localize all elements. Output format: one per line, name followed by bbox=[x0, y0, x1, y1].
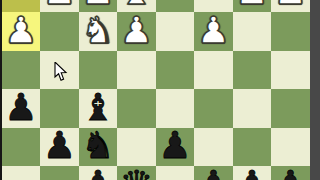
chess-board: ♟♟♝♟♟♟♞♟♟♟♝♟♞♟♟♛♟♟♟ bbox=[2, 0, 310, 180]
black-pawn[interactable]: ♟ bbox=[43, 127, 76, 164]
black-pawn[interactable]: ♟ bbox=[274, 166, 307, 180]
square-d6[interactable]: ♟ bbox=[156, 128, 195, 167]
square-b6[interactable] bbox=[233, 128, 272, 167]
square-a5[interactable] bbox=[271, 89, 310, 128]
square-b5[interactable] bbox=[233, 89, 272, 128]
square-b3[interactable] bbox=[233, 12, 272, 51]
square-g5[interactable] bbox=[40, 89, 79, 128]
square-g7[interactable] bbox=[40, 166, 79, 180]
square-f2[interactable]: ♟ bbox=[79, 0, 118, 12]
square-d3[interactable] bbox=[156, 12, 195, 51]
square-c7[interactable]: ♟ bbox=[194, 166, 233, 180]
square-d5[interactable] bbox=[156, 89, 195, 128]
white-pawn[interactable]: ♟ bbox=[274, 0, 307, 10]
square-d7[interactable] bbox=[156, 166, 195, 180]
square-b4[interactable] bbox=[233, 51, 272, 90]
white-pawn[interactable]: ♟ bbox=[4, 12, 37, 49]
white-pawn[interactable]: ♟ bbox=[43, 0, 76, 10]
square-f4[interactable] bbox=[79, 51, 118, 90]
black-pawn[interactable]: ♟ bbox=[4, 89, 37, 126]
square-h4[interactable] bbox=[2, 51, 41, 90]
black-bishop[interactable]: ♝ bbox=[81, 89, 114, 126]
square-c2[interactable] bbox=[194, 0, 233, 12]
square-e6[interactable] bbox=[117, 128, 156, 167]
square-f3[interactable]: ♞ bbox=[79, 12, 118, 51]
square-d4[interactable] bbox=[156, 51, 195, 90]
square-h2[interactable] bbox=[2, 0, 41, 12]
black-pawn[interactable]: ♟ bbox=[197, 166, 230, 180]
square-a6[interactable] bbox=[271, 128, 310, 167]
square-h7[interactable] bbox=[2, 166, 41, 180]
screen-viewport: ♟♟♝♟♟♟♞♟♟♟♝♟♞♟♟♛♟♟♟ bbox=[0, 0, 320, 180]
square-b7[interactable]: ♟ bbox=[233, 166, 272, 180]
black-pawn[interactable]: ♟ bbox=[235, 166, 268, 180]
square-f7[interactable]: ♟ bbox=[79, 166, 118, 180]
square-h6[interactable] bbox=[2, 128, 41, 167]
square-d2[interactable] bbox=[156, 0, 195, 12]
white-pawn[interactable]: ♟ bbox=[197, 12, 230, 49]
square-e5[interactable] bbox=[117, 89, 156, 128]
square-c4[interactable] bbox=[194, 51, 233, 90]
square-c6[interactable] bbox=[194, 128, 233, 167]
white-pawn[interactable]: ♟ bbox=[81, 0, 114, 10]
square-b2[interactable]: ♟ bbox=[233, 0, 272, 12]
white-pawn[interactable]: ♟ bbox=[235, 0, 268, 10]
square-g2[interactable]: ♟ bbox=[40, 0, 79, 12]
square-f5[interactable]: ♝ bbox=[79, 89, 118, 128]
square-h3[interactable]: ♟ bbox=[2, 12, 41, 51]
square-g3[interactable] bbox=[40, 12, 79, 51]
square-e4[interactable] bbox=[117, 51, 156, 90]
square-a7[interactable]: ♟ bbox=[271, 166, 310, 180]
square-a4[interactable] bbox=[271, 51, 310, 90]
square-e7[interactable]: ♛ bbox=[117, 166, 156, 180]
square-a3[interactable] bbox=[271, 12, 310, 51]
white-knight[interactable]: ♞ bbox=[81, 12, 114, 49]
square-e3[interactable]: ♟ bbox=[117, 12, 156, 51]
square-h5[interactable]: ♟ bbox=[2, 89, 41, 128]
window-left-edge bbox=[0, 0, 2, 180]
square-c5[interactable] bbox=[194, 89, 233, 128]
square-f6[interactable]: ♞ bbox=[79, 128, 118, 167]
black-knight[interactable]: ♞ bbox=[81, 127, 114, 164]
square-a2[interactable]: ♟ bbox=[271, 0, 310, 12]
white-bishop[interactable]: ♝ bbox=[120, 0, 153, 10]
square-c3[interactable]: ♟ bbox=[194, 12, 233, 51]
mouse-cursor-icon bbox=[54, 62, 68, 82]
square-e2[interactable]: ♝ bbox=[117, 0, 156, 12]
square-g6[interactable]: ♟ bbox=[40, 128, 79, 167]
black-queen[interactable]: ♛ bbox=[120, 166, 153, 180]
black-pawn[interactable]: ♟ bbox=[81, 166, 114, 180]
black-pawn[interactable]: ♟ bbox=[158, 127, 191, 164]
white-pawn[interactable]: ♟ bbox=[120, 12, 153, 49]
